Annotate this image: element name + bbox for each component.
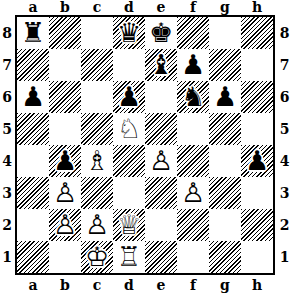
rank-label-left-4: 4 [0, 145, 14, 177]
square-d8[interactable]: ♛ [113, 17, 145, 49]
square-e1[interactable] [145, 241, 177, 273]
square-a1[interactable] [17, 241, 49, 273]
square-f2[interactable] [177, 209, 209, 241]
square-g6[interactable]: ♟ [209, 81, 241, 113]
square-b6[interactable] [49, 81, 81, 113]
file-label-top-h: h [241, 0, 273, 15]
square-b8[interactable] [49, 17, 81, 49]
file-label-top-g: g [209, 0, 241, 15]
piece-white-pawn: ♙ [49, 177, 81, 209]
rank-label-right-8: 8 [277, 17, 292, 49]
square-f6[interactable]: ♞ [177, 81, 209, 113]
square-d6[interactable]: ♟ [113, 81, 145, 113]
file-label-bottom-c: c [81, 277, 113, 294]
square-a7[interactable] [17, 49, 49, 81]
file-label-top-e: e [145, 0, 177, 15]
piece-white-knight: ♘ [113, 113, 145, 145]
square-c7[interactable] [81, 49, 113, 81]
square-g7[interactable] [209, 49, 241, 81]
piece-white-rook: ♖ [113, 241, 145, 273]
rank-label-right-3: 3 [277, 177, 292, 209]
square-c5[interactable] [81, 113, 113, 145]
square-a3[interactable] [17, 177, 49, 209]
rank-label-right-4: 4 [277, 145, 292, 177]
square-c3[interactable] [81, 177, 113, 209]
chess-diagram: ♜♛♚♝♟♟♟♞♟♞♘♟♝♗♟♙♟♟♙♟♙♟♙♟♙♛♕♚♔♜♖ aabbccdd… [0, 0, 293, 295]
square-h8[interactable] [241, 17, 273, 49]
piece-black-pawn: ♟ [113, 81, 145, 113]
piece-white-king: ♔ [81, 241, 113, 273]
piece-black-pawn: ♟ [241, 145, 273, 177]
file-label-top-a: a [17, 0, 49, 15]
square-f3[interactable]: ♟♙ [177, 177, 209, 209]
square-c4[interactable]: ♝♗ [81, 145, 113, 177]
piece-fill-white-pawn: ♟ [145, 145, 177, 177]
square-d2[interactable]: ♛♕ [113, 209, 145, 241]
file-label-top-d: d [113, 0, 145, 15]
rank-label-right-6: 6 [277, 81, 292, 113]
square-b7[interactable] [49, 49, 81, 81]
square-f7[interactable]: ♟ [177, 49, 209, 81]
rank-label-right-1: 1 [277, 241, 292, 273]
piece-white-queen: ♕ [113, 209, 145, 241]
square-g4[interactable] [209, 145, 241, 177]
square-b2[interactable]: ♟♙ [49, 209, 81, 241]
file-label-bottom-a: a [17, 277, 49, 294]
piece-black-pawn: ♟ [17, 81, 49, 113]
square-d7[interactable] [113, 49, 145, 81]
square-e5[interactable] [145, 113, 177, 145]
square-c1[interactable]: ♚♔ [81, 241, 113, 273]
rank-label-left-6: 6 [0, 81, 14, 113]
piece-white-bishop: ♗ [81, 145, 113, 177]
square-h2[interactable] [241, 209, 273, 241]
file-label-bottom-e: e [145, 277, 177, 294]
square-h5[interactable] [241, 113, 273, 145]
file-label-bottom-d: d [113, 277, 145, 294]
file-label-bottom-h: h [241, 277, 273, 294]
square-b3[interactable]: ♟♙ [49, 177, 81, 209]
square-a2[interactable] [17, 209, 49, 241]
file-label-bottom-b: b [49, 277, 81, 294]
file-label-top-c: c [81, 0, 113, 15]
rank-label-right-7: 7 [277, 49, 292, 81]
piece-black-rook: ♜ [17, 17, 49, 49]
piece-fill-white-rook: ♜ [113, 241, 145, 273]
square-g2[interactable] [209, 209, 241, 241]
square-d5[interactable]: ♞♘ [113, 113, 145, 145]
square-g1[interactable] [209, 241, 241, 273]
square-a5[interactable] [17, 113, 49, 145]
square-f8[interactable] [177, 17, 209, 49]
square-e6[interactable] [145, 81, 177, 113]
piece-fill-white-king: ♚ [81, 241, 113, 273]
chess-board: ♜♛♚♝♟♟♟♞♟♞♘♟♝♗♟♙♟♟♙♟♙♟♙♟♙♛♕♚♔♜♖ [15, 15, 275, 275]
square-h3[interactable] [241, 177, 273, 209]
square-h6[interactable] [241, 81, 273, 113]
piece-fill-white-pawn: ♟ [49, 177, 81, 209]
square-d1[interactable]: ♜♖ [113, 241, 145, 273]
piece-fill-white-knight: ♞ [113, 113, 145, 145]
square-c6[interactable] [81, 81, 113, 113]
piece-black-knight: ♞ [177, 81, 209, 113]
piece-black-queen: ♛ [113, 17, 145, 49]
piece-fill-white-bishop: ♝ [81, 145, 113, 177]
square-e4[interactable]: ♟♙ [145, 145, 177, 177]
square-e3[interactable] [145, 177, 177, 209]
piece-black-pawn: ♟ [177, 49, 209, 81]
rank-label-right-2: 2 [277, 209, 292, 241]
square-f5[interactable] [177, 113, 209, 145]
piece-white-pawn: ♙ [177, 177, 209, 209]
piece-black-king: ♚ [145, 17, 177, 49]
rank-label-left-5: 5 [0, 113, 14, 145]
piece-fill-white-pawn: ♟ [177, 177, 209, 209]
square-e7[interactable]: ♝ [145, 49, 177, 81]
file-label-bottom-f: f [177, 277, 209, 294]
square-e8[interactable]: ♚ [145, 17, 177, 49]
piece-white-pawn: ♙ [49, 209, 81, 241]
piece-white-pawn: ♙ [81, 209, 113, 241]
square-f4[interactable] [177, 145, 209, 177]
square-b5[interactable] [49, 113, 81, 145]
square-h7[interactable] [241, 49, 273, 81]
file-label-top-b: b [49, 0, 81, 15]
square-c2[interactable]: ♟♙ [81, 209, 113, 241]
square-a4[interactable] [17, 145, 49, 177]
square-d4[interactable] [113, 145, 145, 177]
rank-label-left-2: 2 [0, 209, 14, 241]
piece-fill-white-pawn: ♟ [81, 209, 113, 241]
rank-label-left-8: 8 [0, 17, 14, 49]
piece-black-pawn: ♟ [49, 145, 81, 177]
file-label-top-f: f [177, 0, 209, 15]
square-a8[interactable]: ♜ [17, 17, 49, 49]
square-h1[interactable] [241, 241, 273, 273]
square-g8[interactable] [209, 17, 241, 49]
square-b1[interactable] [49, 241, 81, 273]
piece-fill-white-queen: ♛ [113, 209, 145, 241]
square-a6[interactable]: ♟ [17, 81, 49, 113]
square-c8[interactable] [81, 17, 113, 49]
file-label-bottom-g: g [209, 277, 241, 294]
square-g3[interactable] [209, 177, 241, 209]
square-g5[interactable] [209, 113, 241, 145]
square-h4[interactable]: ♟ [241, 145, 273, 177]
square-d3[interactable] [113, 177, 145, 209]
rank-label-left-1: 1 [0, 241, 14, 273]
piece-black-bishop: ♝ [145, 49, 177, 81]
square-b4[interactable]: ♟ [49, 145, 81, 177]
piece-white-pawn: ♙ [145, 145, 177, 177]
rank-label-right-5: 5 [277, 113, 292, 145]
rank-label-left-7: 7 [0, 49, 14, 81]
piece-fill-white-pawn: ♟ [49, 209, 81, 241]
square-e2[interactable] [145, 209, 177, 241]
piece-black-pawn: ♟ [209, 81, 241, 113]
rank-label-left-3: 3 [0, 177, 14, 209]
square-f1[interactable] [177, 241, 209, 273]
